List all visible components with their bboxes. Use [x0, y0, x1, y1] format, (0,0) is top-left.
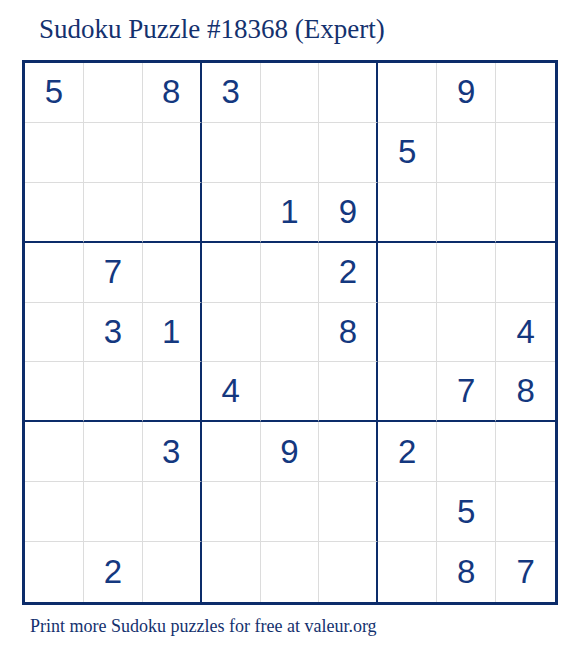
cell-r8c5 [261, 482, 320, 542]
cell-r2c8 [437, 123, 496, 183]
cell-r5c9: 4 [496, 303, 555, 363]
cell-r9c5 [261, 542, 320, 602]
cell-r3c5: 1 [261, 183, 320, 243]
cell-r9c9: 7 [496, 542, 555, 602]
cell-r7c2 [84, 422, 143, 482]
cell-r4c1 [25, 243, 84, 303]
cell-r2c4 [202, 123, 261, 183]
cell-r3c4 [202, 183, 261, 243]
cell-r8c9 [496, 482, 555, 542]
cell-r5c3: 1 [143, 303, 202, 363]
cell-r4c8 [437, 243, 496, 303]
cell-r1c8: 9 [437, 63, 496, 123]
cell-r1c6 [319, 63, 378, 123]
cell-r3c6: 9 [319, 183, 378, 243]
cell-r6c4: 4 [202, 362, 261, 422]
cell-r7c1 [25, 422, 84, 482]
cell-r4c9 [496, 243, 555, 303]
cell-r4c4 [202, 243, 261, 303]
cell-r8c1 [25, 482, 84, 542]
cell-r2c3 [143, 123, 202, 183]
cell-r8c3 [143, 482, 202, 542]
cell-r7c6 [319, 422, 378, 482]
cell-r3c8 [437, 183, 496, 243]
cell-r5c5 [261, 303, 320, 363]
cell-r4c5 [261, 243, 320, 303]
cell-r9c4 [202, 542, 261, 602]
cell-r7c9 [496, 422, 555, 482]
cell-r3c3 [143, 183, 202, 243]
cell-r6c3 [143, 362, 202, 422]
cell-r8c6 [319, 482, 378, 542]
cell-r8c7 [378, 482, 437, 542]
cell-r5c1 [25, 303, 84, 363]
cell-r9c6 [319, 542, 378, 602]
cell-r6c9: 8 [496, 362, 555, 422]
cell-r5c4 [202, 303, 261, 363]
cell-r2c7: 5 [378, 123, 437, 183]
cell-r3c9 [496, 183, 555, 243]
cell-r7c7: 2 [378, 422, 437, 482]
cell-r2c9 [496, 123, 555, 183]
cell-r9c2: 2 [84, 542, 143, 602]
cell-r1c1: 5 [25, 63, 84, 123]
cell-r5c2: 3 [84, 303, 143, 363]
sudoku-grid: 58395197231844783925287 [22, 60, 558, 605]
cell-r9c1 [25, 542, 84, 602]
cell-r3c7 [378, 183, 437, 243]
cell-r5c8 [437, 303, 496, 363]
cell-r3c1 [25, 183, 84, 243]
cell-r3c2 [84, 183, 143, 243]
cell-r1c7 [378, 63, 437, 123]
page-title: Sudoku Puzzle #18368 (Expert) [39, 13, 385, 45]
cell-r2c6 [319, 123, 378, 183]
cell-r6c7 [378, 362, 437, 422]
cell-r2c1 [25, 123, 84, 183]
cell-r7c8 [437, 422, 496, 482]
cell-r1c2 [84, 63, 143, 123]
cell-r6c2 [84, 362, 143, 422]
sudoku-page: Sudoku Puzzle #18368 (Expert) 5839519723… [0, 0, 580, 651]
cell-r2c2 [84, 123, 143, 183]
cell-r8c8: 5 [437, 482, 496, 542]
cell-r6c1 [25, 362, 84, 422]
cell-r8c4 [202, 482, 261, 542]
cell-r1c3: 8 [143, 63, 202, 123]
cell-r4c2: 7 [84, 243, 143, 303]
cell-r7c5: 9 [261, 422, 320, 482]
cell-r9c7 [378, 542, 437, 602]
cell-r7c3: 3 [143, 422, 202, 482]
cell-r5c7 [378, 303, 437, 363]
cell-r4c6: 2 [319, 243, 378, 303]
cell-r6c8: 7 [437, 362, 496, 422]
cell-r4c7 [378, 243, 437, 303]
cell-r1c4: 3 [202, 63, 261, 123]
cell-r1c9 [496, 63, 555, 123]
cell-r5c6: 8 [319, 303, 378, 363]
cell-r1c5 [261, 63, 320, 123]
footer-text: Print more Sudoku puzzles for free at va… [30, 616, 377, 637]
cell-r9c3 [143, 542, 202, 602]
cell-r6c5 [261, 362, 320, 422]
cell-r8c2 [84, 482, 143, 542]
cell-r7c4 [202, 422, 261, 482]
cell-r2c5 [261, 123, 320, 183]
cell-r9c8: 8 [437, 542, 496, 602]
cell-r6c6 [319, 362, 378, 422]
cell-r4c3 [143, 243, 202, 303]
